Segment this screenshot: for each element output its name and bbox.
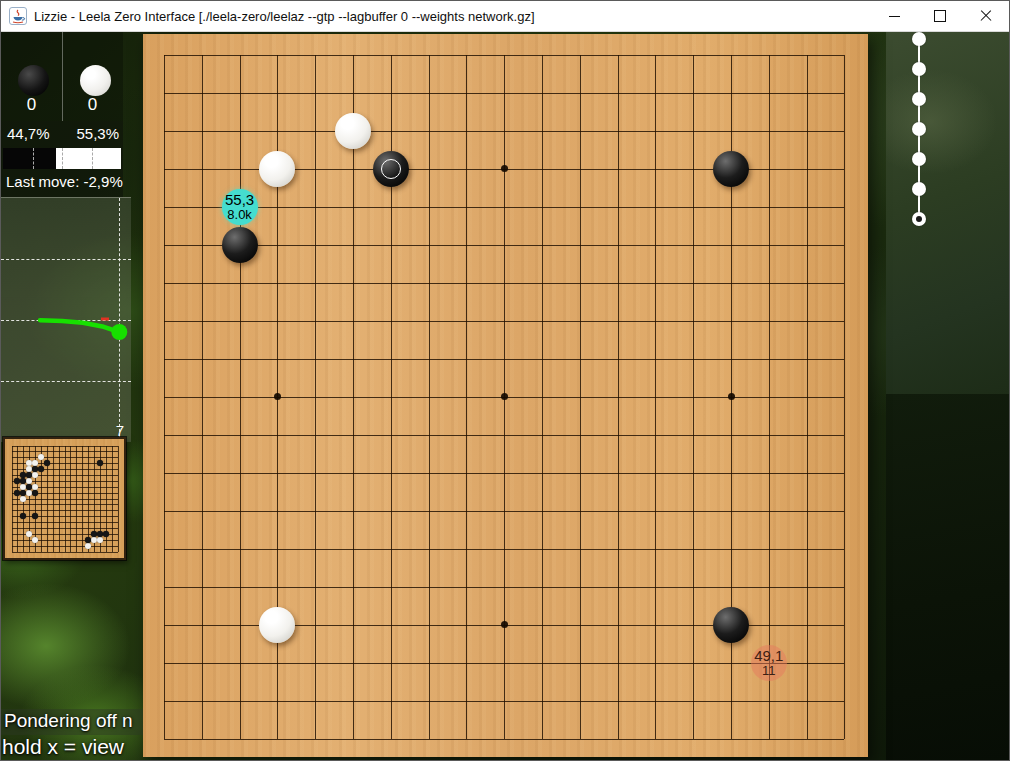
star-point	[501, 393, 508, 400]
close-icon	[980, 10, 992, 22]
suggestion-R3[interactable]: 49,111	[751, 645, 787, 681]
grid-line-horizontal	[164, 511, 844, 512]
sub-stone	[20, 513, 26, 519]
white-stone-icon	[80, 65, 111, 96]
sub-stone	[20, 496, 26, 502]
grid-line-vertical	[618, 55, 619, 739]
tree-node[interactable]	[912, 62, 926, 76]
grid-line-vertical	[807, 55, 808, 739]
stone-G16[interactable]	[373, 151, 409, 187]
grid-line-horizontal	[164, 549, 844, 550]
sub-stone	[44, 460, 50, 466]
sub-grid-line-vertical	[88, 446, 89, 552]
black-winrate-label: 44,7%	[7, 125, 50, 142]
winrate-graph-panel[interactable]: 7	[1, 197, 131, 442]
grid-line-horizontal	[164, 701, 844, 702]
sub-stone	[103, 531, 109, 537]
winrate-bar	[3, 148, 121, 169]
move-tree[interactable]	[886, 31, 1010, 394]
black-captures-count: 0	[1, 95, 62, 115]
tree-node[interactable]	[912, 182, 926, 196]
white-captures-count: 0	[62, 95, 123, 115]
sub-stone	[97, 460, 103, 466]
sub-stone	[32, 484, 38, 490]
window-title: Lizzie - Leela Zero Interface [./leela-z…	[34, 9, 535, 24]
grid-line-horizontal	[164, 473, 844, 474]
hint-text: hold x = view	[2, 735, 124, 759]
winrate-curve	[40, 320, 119, 332]
sub-grid-line-horizontal	[12, 552, 118, 553]
sub-stone	[85, 543, 91, 549]
grid-line-vertical	[769, 55, 770, 739]
star-point	[274, 393, 281, 400]
tree-node[interactable]	[912, 92, 926, 106]
winrate-bar-half-mark	[62, 148, 63, 169]
stone-D4[interactable]	[259, 607, 295, 643]
winrate-bar-black	[3, 148, 56, 169]
tree-node-current-core	[916, 216, 922, 222]
star-point	[728, 393, 735, 400]
pondering-status-text: Pondering off n	[4, 710, 133, 732]
suggestion-winrate: 55,3	[225, 192, 254, 207]
tree-node-current[interactable]	[912, 212, 926, 226]
suggestion-winrate: 49,1	[754, 648, 783, 663]
minimize-button[interactable]	[871, 1, 917, 31]
sub-grid-line-vertical	[118, 446, 119, 552]
sub-grid-line-horizontal	[12, 499, 118, 500]
sub-stone	[26, 478, 32, 484]
sub-grid-line-vertical	[70, 446, 71, 552]
maximize-button[interactable]	[917, 1, 963, 31]
sub-board[interactable]	[3, 437, 126, 560]
star-point	[501, 621, 508, 628]
grid-line-horizontal	[164, 587, 844, 588]
suggestion-C15[interactable]: 55,38.0k	[222, 189, 258, 225]
stone-Q4[interactable]	[713, 607, 749, 643]
stone-F17[interactable]	[335, 113, 371, 149]
java-app-icon	[9, 7, 27, 25]
minimize-icon	[889, 16, 900, 17]
sub-stone	[32, 537, 38, 543]
graph-red-mark	[101, 318, 109, 321]
title-bar: Lizzie - Leela Zero Interface [./leela-z…	[1, 1, 1009, 32]
grid-line-vertical	[655, 55, 656, 739]
sub-stone	[32, 490, 38, 496]
winrate-current-dot	[111, 324, 127, 340]
stone-C14[interactable]	[222, 227, 258, 263]
suggestion-visits: 11	[762, 664, 776, 677]
last-move-delta-label: Last move: -2,9%	[6, 173, 123, 190]
grid-line-horizontal	[164, 435, 844, 436]
grid-line-vertical	[844, 55, 845, 739]
go-board[interactable]: 55,38.0k49,111	[143, 34, 868, 757]
sub-grid-line-horizontal	[12, 516, 118, 517]
grid-line-vertical	[693, 55, 694, 739]
comment-panel-background	[886, 394, 1010, 761]
stone-D16[interactable]	[259, 151, 295, 187]
sub-grid-line-vertical	[112, 446, 113, 552]
sub-stone	[26, 484, 32, 490]
sub-grid-line-horizontal	[12, 546, 118, 547]
sub-stone	[97, 537, 103, 543]
grid-line-vertical	[542, 55, 543, 739]
stone-Q16[interactable]	[713, 151, 749, 187]
tree-node[interactable]	[912, 152, 926, 166]
last-move-marker	[381, 159, 401, 179]
sub-stone	[32, 513, 38, 519]
winrate-bar-quarter-mark	[33, 148, 34, 169]
winrate-graph	[1, 198, 131, 442]
suggestion-visits: 8.0k	[227, 208, 252, 221]
sub-grid-line-vertical	[82, 446, 83, 552]
sub-stone	[20, 478, 26, 484]
tree-node[interactable]	[912, 32, 926, 46]
star-point	[501, 165, 508, 172]
grid-line-horizontal	[164, 739, 844, 740]
tree-node[interactable]	[912, 122, 926, 136]
close-button[interactable]	[963, 1, 1009, 31]
sub-stone	[20, 490, 26, 496]
sub-stone	[32, 472, 38, 478]
grid-line-vertical	[580, 55, 581, 739]
sub-stone	[38, 466, 44, 472]
sub-stone	[26, 472, 32, 478]
window-controls	[871, 1, 1009, 31]
sub-grid-line-horizontal	[12, 504, 118, 505]
sub-stone	[38, 454, 44, 460]
black-stone-icon	[18, 65, 49, 96]
white-winrate-label: 55,3%	[76, 125, 119, 142]
sub-grid-line-horizontal	[12, 528, 118, 529]
winrate-bar-threequarter-mark	[92, 148, 93, 169]
captures-panel: 0 0	[1, 31, 123, 121]
sub-stone	[26, 531, 32, 537]
sub-grid-line-horizontal	[12, 522, 118, 523]
sub-grid-line-horizontal	[12, 510, 118, 511]
app-window: 55,38.0k49,111 0 0 44,7% 55,3% Last move…	[0, 0, 1010, 761]
maximize-icon	[934, 10, 946, 22]
winrate-panel: 44,7% 55,3% Last move: -2,9%	[1, 121, 123, 197]
sub-stone	[85, 537, 91, 543]
grid-line-horizontal	[164, 663, 844, 664]
sub-stone	[97, 531, 103, 537]
sub-grid-line-vertical	[76, 446, 77, 552]
